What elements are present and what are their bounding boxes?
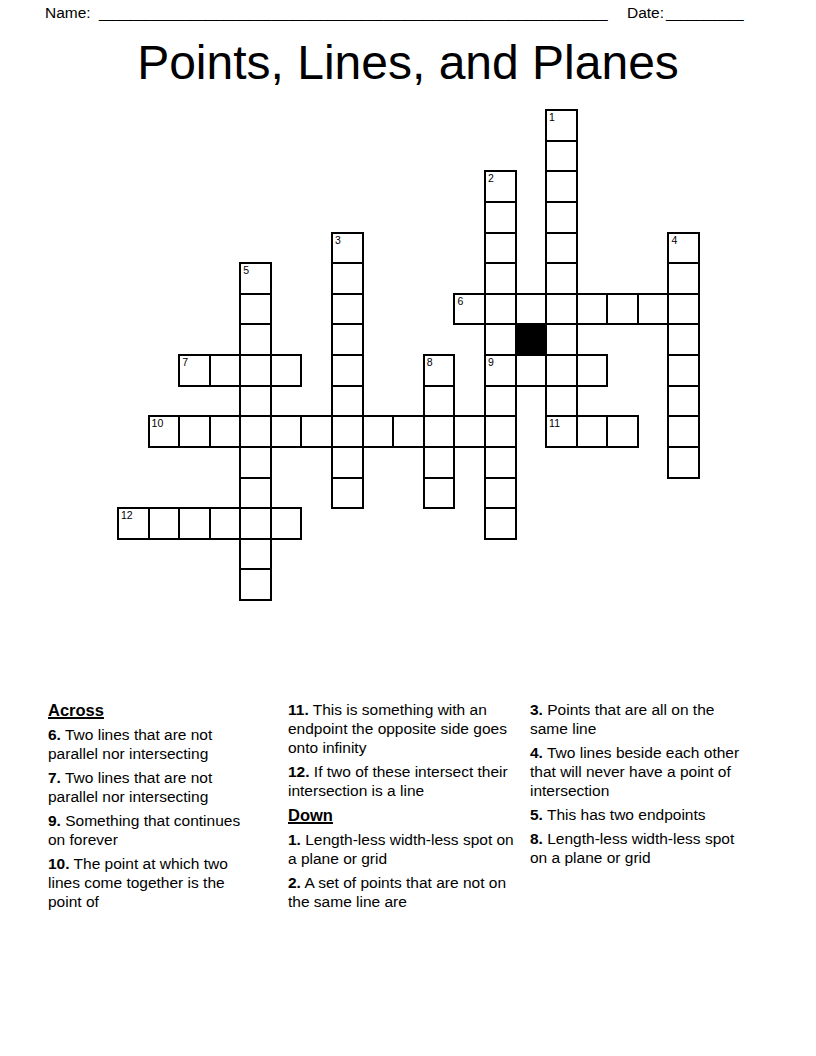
cell-r5c12[interactable] bbox=[484, 262, 517, 295]
cell-r10c5[interactable] bbox=[270, 415, 303, 448]
cell-number-6: 6 bbox=[457, 295, 463, 307]
cell-r10c10[interactable] bbox=[423, 415, 456, 448]
cell-r10c15[interactable] bbox=[576, 415, 609, 448]
cell-number-12: 12 bbox=[121, 509, 133, 521]
cell-r8c18[interactable] bbox=[667, 354, 700, 387]
cell-r0c14[interactable]: 1 bbox=[545, 109, 578, 142]
cell-number-8: 8 bbox=[427, 356, 433, 368]
cell-r6c12[interactable] bbox=[484, 293, 517, 326]
name-input-line[interactable]: ________________________________________… bbox=[99, 4, 608, 22]
clue-number-label: 6. bbox=[48, 726, 61, 743]
cell-r13c5[interactable] bbox=[270, 507, 303, 540]
cell-r8c3[interactable] bbox=[209, 354, 242, 387]
cell-r7c14[interactable] bbox=[545, 323, 578, 356]
clue-down-4: 4. Two lines beside each other that will… bbox=[530, 743, 742, 800]
cell-r15c4[interactable] bbox=[239, 568, 272, 601]
cell-r12c10[interactable] bbox=[423, 477, 456, 510]
cell-r5c18[interactable] bbox=[667, 262, 700, 295]
date-label: Date: bbox=[627, 4, 664, 22]
clue-number-label: 7. bbox=[48, 769, 61, 786]
cell-r8c7[interactable] bbox=[331, 354, 364, 387]
cell-r3c12[interactable] bbox=[484, 201, 517, 234]
clue-number-label: 10. bbox=[48, 855, 70, 872]
cell-r9c12[interactable] bbox=[484, 385, 517, 418]
cell-r10c16[interactable] bbox=[606, 415, 639, 448]
cell-r7c4[interactable] bbox=[239, 323, 272, 356]
cell-r6c11[interactable]: 6 bbox=[453, 293, 486, 326]
clue-column-1: Across6. Two lines that are not parallel… bbox=[48, 700, 278, 916]
clue-across-10: 10. The point at which two lines come to… bbox=[48, 854, 258, 911]
cell-r6c7[interactable] bbox=[331, 293, 364, 326]
cell-r13c0[interactable]: 12 bbox=[117, 507, 150, 540]
cell-r10c14[interactable]: 11 bbox=[545, 415, 578, 448]
cell-r4c18[interactable]: 4 bbox=[667, 232, 700, 265]
cell-r8c10[interactable]: 8 bbox=[423, 354, 456, 387]
worksheet-page: Name: __________________________________… bbox=[0, 0, 816, 1056]
crossword-grid: 123456789101112 bbox=[117, 109, 702, 603]
cell-r5c7[interactable] bbox=[331, 262, 364, 295]
cell-r7c7[interactable] bbox=[331, 323, 364, 356]
cell-number-4: 4 bbox=[671, 234, 677, 246]
clue-number-label: 11. bbox=[288, 701, 309, 718]
name-label: Name: bbox=[45, 4, 91, 22]
cell-r3c14[interactable] bbox=[545, 201, 578, 234]
cell-r12c12[interactable] bbox=[484, 477, 517, 510]
clue-number-label: 5. bbox=[530, 806, 543, 823]
cell-r8c13[interactable] bbox=[515, 354, 548, 387]
cell-r8c4[interactable] bbox=[239, 354, 272, 387]
clue-down-3: 3. Points that are all on the same line bbox=[530, 700, 742, 738]
cell-r4c12[interactable] bbox=[484, 232, 517, 265]
clue-number-label: 4. bbox=[530, 744, 543, 761]
clue-down-2: 2. A set of points that are not on the s… bbox=[288, 873, 522, 911]
cell-r13c12[interactable] bbox=[484, 507, 517, 540]
cell-r12c4[interactable] bbox=[239, 477, 272, 510]
cell-r13c2[interactable] bbox=[178, 507, 211, 540]
clue-down-1: 1. Length-less width-less spot on a plan… bbox=[288, 830, 522, 868]
cell-r10c11[interactable] bbox=[453, 415, 486, 448]
black-cell bbox=[515, 323, 548, 356]
cell-r1c14[interactable] bbox=[545, 140, 578, 173]
cell-r8c2[interactable]: 7 bbox=[178, 354, 211, 387]
cell-r11c18[interactable] bbox=[667, 446, 700, 479]
cell-r11c12[interactable] bbox=[484, 446, 517, 479]
clue-down-8: 8. Length-less width-less spot on a plan… bbox=[530, 829, 742, 867]
clue-down-5: 5. This has two endpoints bbox=[530, 805, 742, 824]
cell-r6c16[interactable] bbox=[606, 293, 639, 326]
cell-number-3: 3 bbox=[335, 234, 341, 246]
cell-r13c3[interactable] bbox=[209, 507, 242, 540]
clue-across-6: 6. Two lines that are not parallel nor i… bbox=[48, 725, 258, 763]
cell-r8c12[interactable]: 9 bbox=[484, 354, 517, 387]
clue-across-11: 11. This is something with an endpoint t… bbox=[288, 700, 522, 757]
clue-across-12: 12. If two of these intersect their inte… bbox=[288, 762, 522, 800]
cell-r6c18[interactable] bbox=[667, 293, 700, 326]
cell-number-1: 1 bbox=[549, 111, 555, 123]
clue-number-label: 1. bbox=[288, 831, 301, 848]
cell-number-5: 5 bbox=[243, 264, 249, 276]
cell-r7c18[interactable] bbox=[667, 323, 700, 356]
clue-across-7: 7. Two lines that are not parallel nor i… bbox=[48, 768, 258, 806]
clues-section: Across6. Two lines that are not parallel… bbox=[48, 700, 762, 916]
cell-r10c7[interactable] bbox=[331, 415, 364, 448]
cell-r8c15[interactable] bbox=[576, 354, 609, 387]
clue-across-9: 9. Something that continues on forever bbox=[48, 811, 258, 849]
cell-r6c4[interactable] bbox=[239, 293, 272, 326]
cell-number-11: 11 bbox=[549, 417, 560, 429]
clue-number-label: 12. bbox=[288, 763, 310, 780]
cell-r10c2[interactable] bbox=[178, 415, 211, 448]
cell-r10c18[interactable] bbox=[667, 415, 700, 448]
cell-r9c14[interactable] bbox=[545, 385, 578, 418]
cell-number-2: 2 bbox=[488, 172, 494, 184]
cell-r13c4[interactable] bbox=[239, 507, 272, 540]
clue-number-label: 9. bbox=[48, 812, 61, 829]
cell-r5c14[interactable] bbox=[545, 262, 578, 295]
cell-r9c4[interactable] bbox=[239, 385, 272, 418]
cell-r12c7[interactable] bbox=[331, 477, 364, 510]
page-title: Points, Lines, and Planes bbox=[0, 35, 816, 91]
cell-number-7: 7 bbox=[182, 356, 188, 368]
clue-number-label: 8. bbox=[530, 830, 543, 847]
cell-r6c15[interactable] bbox=[576, 293, 609, 326]
date-input-line[interactable]: _________ bbox=[666, 4, 744, 22]
down-heading: Down bbox=[288, 805, 522, 825]
cell-r6c17[interactable] bbox=[637, 293, 670, 326]
cell-r8c5[interactable] bbox=[270, 354, 303, 387]
cell-r14c4[interactable] bbox=[239, 538, 272, 571]
cell-r10c3[interactable] bbox=[209, 415, 242, 448]
cell-r9c18[interactable] bbox=[667, 385, 700, 418]
cell-r9c10[interactable] bbox=[423, 385, 456, 418]
cell-r5c4[interactable]: 5 bbox=[239, 262, 272, 295]
cell-r11c4[interactable] bbox=[239, 446, 272, 479]
clue-number-label: 2. bbox=[288, 874, 301, 891]
cell-r4c7[interactable]: 3 bbox=[331, 232, 364, 265]
cell-number-9: 9 bbox=[488, 356, 494, 368]
cell-r9c7[interactable] bbox=[331, 385, 364, 418]
cell-r10c4[interactable] bbox=[239, 415, 272, 448]
cell-r2c14[interactable] bbox=[545, 170, 578, 203]
cell-r10c6[interactable] bbox=[300, 415, 333, 448]
cell-r6c14[interactable] bbox=[545, 293, 578, 326]
cell-r13c1[interactable] bbox=[148, 507, 181, 540]
cell-r11c10[interactable] bbox=[423, 446, 456, 479]
cell-r10c8[interactable] bbox=[362, 415, 395, 448]
cell-r7c12[interactable] bbox=[484, 323, 517, 356]
cell-r8c14[interactable] bbox=[545, 354, 578, 387]
cell-r10c1[interactable]: 10 bbox=[148, 415, 181, 448]
clue-column-2: 11. This is something with an endpoint t… bbox=[288, 700, 522, 916]
cell-number-10: 10 bbox=[152, 417, 164, 429]
cell-r11c7[interactable] bbox=[331, 446, 364, 479]
cell-r2c12[interactable]: 2 bbox=[484, 170, 517, 203]
cell-r10c9[interactable] bbox=[392, 415, 425, 448]
cell-r4c14[interactable] bbox=[545, 232, 578, 265]
across-heading: Across bbox=[48, 700, 278, 720]
clue-column-3: 3. Points that are all on the same line4… bbox=[530, 700, 762, 916]
clue-number-label: 3. bbox=[530, 701, 543, 718]
cell-r10c12[interactable] bbox=[484, 415, 517, 448]
cell-r6c13[interactable] bbox=[515, 293, 548, 326]
